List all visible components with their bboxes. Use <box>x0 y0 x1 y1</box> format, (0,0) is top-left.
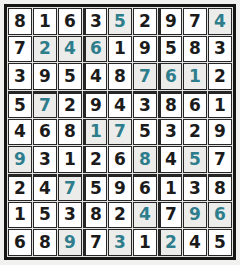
cell-r8c2[interactable]: 5 <box>33 202 57 229</box>
cell-r4c6[interactable]: 3 <box>133 91 157 118</box>
cell-r8c7[interactable]: 7 <box>158 202 182 229</box>
cell-r4c3[interactable]: 2 <box>58 91 82 118</box>
cell-r6c6[interactable]: 8 <box>133 146 157 173</box>
cell-r3c9[interactable]: 2 <box>208 63 232 90</box>
cell-r7c6[interactable]: 6 <box>133 174 157 201</box>
cell-r4c7[interactable]: 8 <box>158 91 182 118</box>
cell-r1c9[interactable]: 4 <box>208 8 232 35</box>
cell-r2c9[interactable]: 3 <box>208 36 232 63</box>
cell-r7c4[interactable]: 5 <box>83 174 107 201</box>
cell-r8c6[interactable]: 4 <box>133 202 157 229</box>
cell-r5c8[interactable]: 2 <box>183 119 207 146</box>
cell-r4c4[interactable]: 9 <box>83 91 107 118</box>
cell-r2c2[interactable]: 2 <box>33 36 57 63</box>
cell-r3c1[interactable]: 3 <box>8 63 32 90</box>
cell-r6c4[interactable]: 2 <box>83 146 107 173</box>
cell-r3c2[interactable]: 9 <box>33 63 57 90</box>
cell-r7c9[interactable]: 8 <box>208 174 232 201</box>
cell-r9c6[interactable]: 1 <box>133 229 157 256</box>
cell-r5c4[interactable]: 1 <box>83 119 107 146</box>
cell-r2c7[interactable]: 5 <box>158 36 182 63</box>
cell-r1c4[interactable]: 3 <box>83 8 107 35</box>
cell-r8c8[interactable]: 9 <box>183 202 207 229</box>
cell-r4c1[interactable]: 5 <box>8 91 32 118</box>
cell-r5c7[interactable]: 3 <box>158 119 182 146</box>
cell-r9c2[interactable]: 8 <box>33 229 57 256</box>
cell-r7c8[interactable]: 3 <box>183 174 207 201</box>
cell-r7c7[interactable]: 1 <box>158 174 182 201</box>
cell-r7c5[interactable]: 9 <box>108 174 132 201</box>
cell-r3c6[interactable]: 7 <box>133 63 157 90</box>
cell-r6c8[interactable]: 5 <box>183 146 207 173</box>
cell-r8c4[interactable]: 8 <box>83 202 107 229</box>
cell-r6c9[interactable]: 7 <box>208 146 232 173</box>
cell-r8c3[interactable]: 3 <box>58 202 82 229</box>
cell-r7c1[interactable]: 2 <box>8 174 32 201</box>
cell-r3c5[interactable]: 8 <box>108 63 132 90</box>
cell-r1c5[interactable]: 5 <box>108 8 132 35</box>
cell-r1c8[interactable]: 7 <box>183 8 207 35</box>
cell-r6c5[interactable]: 6 <box>108 146 132 173</box>
cell-r6c7[interactable]: 4 <box>158 146 182 173</box>
cell-r9c7[interactable]: 2 <box>158 229 182 256</box>
cell-r3c3[interactable]: 5 <box>58 63 82 90</box>
cell-r9c8[interactable]: 4 <box>183 229 207 256</box>
cell-r2c5[interactable]: 1 <box>108 36 132 63</box>
cell-r1c1[interactable]: 8 <box>8 8 32 35</box>
cell-r1c2[interactable]: 1 <box>33 8 57 35</box>
cell-r7c2[interactable]: 4 <box>33 174 57 201</box>
cell-r5c9[interactable]: 9 <box>208 119 232 146</box>
cell-r9c3[interactable]: 9 <box>58 229 82 256</box>
cell-r1c6[interactable]: 2 <box>133 8 157 35</box>
cell-r5c5[interactable]: 7 <box>108 119 132 146</box>
cell-r2c3[interactable]: 4 <box>58 36 82 63</box>
cell-r5c1[interactable]: 4 <box>8 119 32 146</box>
cell-r3c7[interactable]: 6 <box>158 63 182 90</box>
cell-r9c4[interactable]: 7 <box>83 229 107 256</box>
cell-r2c8[interactable]: 8 <box>183 36 207 63</box>
cell-r5c6[interactable]: 5 <box>133 119 157 146</box>
cell-r5c3[interactable]: 8 <box>58 119 82 146</box>
cell-r4c5[interactable]: 4 <box>108 91 132 118</box>
cell-r1c3[interactable]: 6 <box>58 8 82 35</box>
cell-r9c9[interactable]: 5 <box>208 229 232 256</box>
cell-r1c7[interactable]: 9 <box>158 8 182 35</box>
cell-r5c2[interactable]: 6 <box>33 119 57 146</box>
cell-r3c8[interactable]: 1 <box>183 63 207 90</box>
cell-r3c4[interactable]: 4 <box>83 63 107 90</box>
cell-r8c5[interactable]: 2 <box>108 202 132 229</box>
cell-r6c2[interactable]: 3 <box>33 146 57 173</box>
cell-r4c2[interactable]: 7 <box>33 91 57 118</box>
cell-r9c5[interactable]: 3 <box>108 229 132 256</box>
cell-r6c3[interactable]: 1 <box>58 146 82 173</box>
cell-r2c6[interactable]: 9 <box>133 36 157 63</box>
cell-r4c8[interactable]: 6 <box>183 91 207 118</box>
cell-r9c1[interactable]: 6 <box>8 229 32 256</box>
cell-r8c9[interactable]: 6 <box>208 202 232 229</box>
cell-r2c1[interactable]: 7 <box>8 36 32 63</box>
cell-r7c3[interactable]: 7 <box>58 174 82 201</box>
cell-r8c1[interactable]: 1 <box>8 202 32 229</box>
cell-r4c9[interactable]: 1 <box>208 91 232 118</box>
cell-r2c4[interactable]: 6 <box>83 36 107 63</box>
sudoku-board: 8163529747246195833954876125729438614681… <box>4 4 236 260</box>
cell-r6c1[interactable]: 9 <box>8 146 32 173</box>
